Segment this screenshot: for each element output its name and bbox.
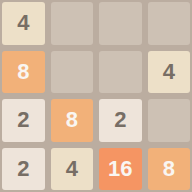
empty-cell	[51, 2, 94, 45]
tile-2: 2	[2, 99, 45, 142]
empty-cell	[148, 2, 191, 45]
empty-cell	[99, 2, 142, 45]
empty-cell	[51, 51, 94, 94]
tile-16: 16	[99, 148, 142, 191]
tile-4: 4	[148, 51, 191, 94]
tile-8: 8	[2, 51, 45, 94]
tile-2: 2	[99, 99, 142, 142]
tile-4: 4	[2, 2, 45, 45]
empty-cell	[148, 99, 191, 142]
tile-4: 4	[51, 148, 94, 191]
tile-2: 2	[2, 148, 45, 191]
tile-8: 8	[51, 99, 94, 142]
tile-8: 8	[148, 148, 191, 191]
empty-cell	[99, 51, 142, 94]
game-board-2048[interactable]: 48428224168	[0, 0, 192, 192]
